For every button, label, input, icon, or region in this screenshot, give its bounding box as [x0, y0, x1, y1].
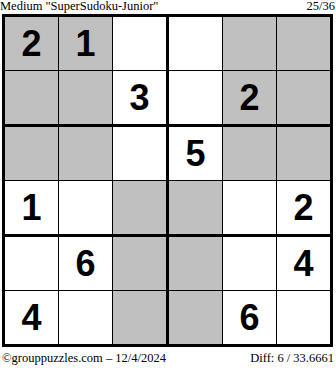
- cell-r6c4[interactable]: [169, 291, 223, 344]
- cell-r1c4[interactable]: [169, 17, 223, 71]
- cell-r4c3[interactable]: [113, 181, 169, 237]
- cell-r3c3[interactable]: [113, 127, 169, 181]
- cell-r6c1[interactable]: 4: [5, 291, 59, 344]
- puzzle-page: Medium "SuperSudoku-Junior" 25/36 213251…: [0, 0, 336, 370]
- cell-r6c5[interactable]: 6: [223, 291, 277, 344]
- cell-r2c2[interactable]: [59, 71, 113, 127]
- cell-r2c3[interactable]: 3: [113, 71, 169, 127]
- cell-r6c6[interactable]: [277, 291, 330, 344]
- cell-r3c5[interactable]: [223, 127, 277, 181]
- cell-r1c6[interactable]: [277, 17, 330, 71]
- cell-r2c6[interactable]: [277, 71, 330, 127]
- board: 21325126446: [2, 14, 333, 347]
- cell-r4c4[interactable]: [169, 181, 223, 237]
- cell-r3c4[interactable]: 5: [169, 127, 223, 181]
- cell-r1c1[interactable]: 2: [5, 17, 59, 71]
- cell-r5c1[interactable]: [5, 237, 59, 291]
- cell-r6c2[interactable]: [59, 291, 113, 344]
- page-title: Medium "SuperSudoku-Junior": [0, 0, 158, 13]
- remaining-counter: 25/36: [307, 0, 336, 13]
- copyright-text: ©grouppuzzles.com – 12/4/2024: [2, 351, 166, 365]
- difficulty-text: Diff: 6 / 33.6661: [250, 351, 334, 365]
- cell-r5c6[interactable]: 4: [277, 237, 330, 291]
- cell-r4c2[interactable]: [59, 181, 113, 237]
- cell-r1c3[interactable]: [113, 17, 169, 71]
- cell-r4c6[interactable]: 2: [277, 181, 330, 237]
- cell-r2c4[interactable]: [169, 71, 223, 127]
- cell-r4c5[interactable]: [223, 181, 277, 237]
- cell-r4c1[interactable]: 1: [5, 181, 59, 237]
- cell-r5c4[interactable]: [169, 237, 223, 291]
- header: Medium "SuperSudoku-Junior" 25/36: [0, 0, 336, 13]
- cell-r3c6[interactable]: [277, 127, 330, 181]
- footer: ©grouppuzzles.com – 12/4/2024 Diff: 6 / …: [2, 351, 334, 365]
- cell-r1c5[interactable]: [223, 17, 277, 71]
- cell-r5c3[interactable]: [113, 237, 169, 291]
- cell-r2c1[interactable]: [5, 71, 59, 127]
- cell-r3c1[interactable]: [5, 127, 59, 181]
- cell-r5c5[interactable]: [223, 237, 277, 291]
- cell-r3c2[interactable]: [59, 127, 113, 181]
- cell-r5c2[interactable]: 6: [59, 237, 113, 291]
- cell-r2c5[interactable]: 2: [223, 71, 277, 127]
- cell-r6c3[interactable]: [113, 291, 169, 344]
- cell-r1c2[interactable]: 1: [59, 17, 113, 71]
